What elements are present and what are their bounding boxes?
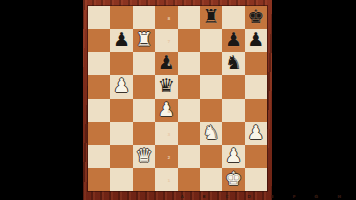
file-label-h: H xyxy=(329,192,348,200)
square-b1[interactable] xyxy=(110,168,132,191)
square-e1[interactable] xyxy=(178,168,200,191)
square-g6[interactable]: ♞ xyxy=(222,52,244,75)
square-b2[interactable] xyxy=(110,145,132,168)
square-f4[interactable] xyxy=(200,99,222,122)
file-coordinates: ABCDEFGH xyxy=(171,191,350,200)
piece-black-pawn-b7[interactable]: ♟ xyxy=(113,30,130,49)
square-c4[interactable] xyxy=(133,99,155,122)
square-e5[interactable] xyxy=(178,75,200,98)
square-f2[interactable] xyxy=(200,145,222,168)
file-label-c: C xyxy=(217,192,236,200)
file-label-e: E xyxy=(262,192,281,200)
rank-label-2: 2 xyxy=(167,147,172,166)
rank-label-5: 5 xyxy=(167,78,172,97)
square-h7[interactable]: ♟ xyxy=(245,29,267,52)
rank-label-1: 1 xyxy=(167,170,172,189)
rank-label-4: 4 xyxy=(167,101,172,120)
square-c6[interactable] xyxy=(133,52,155,75)
file-label-d: D xyxy=(240,192,259,200)
square-c2[interactable]: ♛ xyxy=(133,145,155,168)
piece-white-pawn-b5[interactable]: ♟ xyxy=(113,76,130,95)
square-b3[interactable] xyxy=(110,122,132,145)
square-b5[interactable]: ♟ xyxy=(110,75,132,98)
chess-screenshot: ♜♚♟♜♟♟♟♞♟♛♟♞♟♛♟♚ 87654321 ABCDEFGH xyxy=(0,0,356,200)
square-h2[interactable] xyxy=(245,145,267,168)
square-g7[interactable]: ♟ xyxy=(222,29,244,52)
piece-white-rook-c7[interactable]: ♜ xyxy=(135,30,152,49)
file-label-a: A xyxy=(173,192,192,200)
chess-board[interactable]: ♜♚♟♜♟♟♟♞♟♛♟♞♟♛♟♚ xyxy=(88,6,267,191)
square-h3[interactable]: ♟ xyxy=(245,122,267,145)
square-f8[interactable]: ♜ xyxy=(200,6,222,29)
square-e3[interactable] xyxy=(178,122,200,145)
square-e7[interactable] xyxy=(178,29,200,52)
piece-black-rook-f8[interactable]: ♜ xyxy=(203,7,220,26)
square-a7[interactable] xyxy=(88,29,110,52)
square-b6[interactable] xyxy=(110,52,132,75)
square-g5[interactable] xyxy=(222,75,244,98)
piece-black-knight-g6[interactable]: ♞ xyxy=(225,53,242,72)
file-label-b: B xyxy=(195,192,214,200)
square-c8[interactable] xyxy=(133,6,155,29)
square-c7[interactable]: ♜ xyxy=(133,29,155,52)
piece-black-pawn-g7[interactable]: ♟ xyxy=(225,30,242,49)
square-g3[interactable] xyxy=(222,122,244,145)
square-e2[interactable] xyxy=(178,145,200,168)
piece-black-pawn-h7[interactable]: ♟ xyxy=(247,30,264,49)
square-f1[interactable] xyxy=(200,168,222,191)
square-a3[interactable] xyxy=(88,122,110,145)
rank-label-7: 7 xyxy=(167,31,172,50)
rank-label-8: 8 xyxy=(167,8,172,27)
square-e6[interactable] xyxy=(178,52,200,75)
piece-white-pawn-g2[interactable]: ♟ xyxy=(225,146,242,165)
square-h6[interactable] xyxy=(245,52,267,75)
square-a1[interactable] xyxy=(88,168,110,191)
square-a8[interactable] xyxy=(88,6,110,29)
file-label-g: G xyxy=(307,192,326,200)
square-g4[interactable] xyxy=(222,99,244,122)
square-h1[interactable] xyxy=(245,168,267,191)
square-e8[interactable] xyxy=(178,6,200,29)
piece-white-knight-f3[interactable]: ♞ xyxy=(203,123,220,142)
square-h4[interactable] xyxy=(245,99,267,122)
square-a6[interactable] xyxy=(88,52,110,75)
piece-black-king-h8[interactable]: ♚ xyxy=(247,7,264,26)
square-c5[interactable] xyxy=(133,75,155,98)
square-b7[interactable]: ♟ xyxy=(110,29,132,52)
rank-label-3: 3 xyxy=(167,124,172,143)
square-a5[interactable] xyxy=(88,75,110,98)
square-e4[interactable] xyxy=(178,99,200,122)
square-a2[interactable] xyxy=(88,145,110,168)
square-g8[interactable] xyxy=(222,6,244,29)
square-g2[interactable]: ♟ xyxy=(222,145,244,168)
square-b4[interactable] xyxy=(110,99,132,122)
square-a4[interactable] xyxy=(88,99,110,122)
square-f6[interactable] xyxy=(200,52,222,75)
square-h8[interactable]: ♚ xyxy=(245,6,267,29)
square-c3[interactable] xyxy=(133,122,155,145)
file-label-f: F xyxy=(285,192,304,200)
square-h5[interactable] xyxy=(245,75,267,98)
piece-white-queen-c2[interactable]: ♛ xyxy=(135,146,152,165)
rank-label-6: 6 xyxy=(167,55,172,74)
piece-white-king-g1[interactable]: ♚ xyxy=(225,169,242,188)
chess-board-frame: ♜♚♟♜♟♟♟♞♟♛♟♞♟♛♟♚ 87654321 ABCDEFGH xyxy=(83,0,272,200)
rank-coordinates: 87654321 xyxy=(166,6,172,191)
square-f7[interactable] xyxy=(200,29,222,52)
square-c1[interactable] xyxy=(133,168,155,191)
square-f5[interactable] xyxy=(200,75,222,98)
square-f3[interactable]: ♞ xyxy=(200,122,222,145)
piece-white-pawn-h3[interactable]: ♟ xyxy=(247,123,264,142)
square-g1[interactable]: ♚ xyxy=(222,168,244,191)
square-b8[interactable] xyxy=(110,6,132,29)
